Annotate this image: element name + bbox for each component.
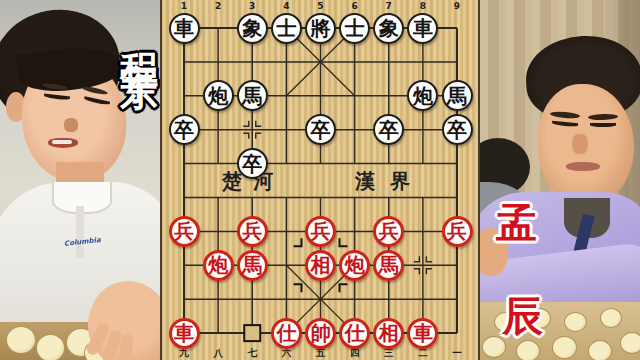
piece-black-advisor: 士 — [339, 13, 370, 44]
piece-red-soldier: 兵 — [169, 216, 200, 247]
piece-red-advisor: 仕 — [271, 318, 302, 349]
piece-red-elephant: 相 — [305, 250, 336, 281]
piece-red-general: 帥 — [305, 318, 336, 349]
piece-red-chariot: 車 — [407, 318, 438, 349]
piece-black-elephant: 象 — [237, 13, 268, 44]
piece-red-horse: 馬 — [373, 250, 404, 281]
piece-red-soldier: 兵 — [237, 216, 268, 247]
left-player-name: 程宇东 — [120, 24, 158, 48]
piece-red-soldier: 兵 — [442, 216, 473, 247]
video-frame: Columbia 程宇东 123456789九八七六五四三二一楚河漢界 車象士將… — [0, 0, 640, 360]
piece-black-cannon: 炮 — [203, 80, 234, 111]
piece-black-general: 將 — [305, 13, 336, 44]
piece-red-chariot: 車 — [169, 318, 200, 349]
piece-black-soldier: 卒 — [305, 114, 336, 145]
piece-black-chariot: 車 — [407, 13, 438, 44]
right-player-photo: 孟 辰 — [480, 0, 640, 360]
piece-red-soldier: 兵 — [373, 216, 404, 247]
piece-black-elephant: 象 — [373, 13, 404, 44]
piece-red-cannon: 炮 — [203, 250, 234, 281]
xiangqi-board: 123456789九八七六五四三二一楚河漢界 車象士將士象車炮馬炮馬卒卒卒卒卒兵… — [160, 0, 480, 360]
piece-black-soldier: 卒 — [373, 114, 404, 145]
piece-black-horse: 馬 — [237, 80, 268, 111]
piece-black-soldier: 卒 — [237, 148, 268, 179]
piece-red-soldier: 兵 — [305, 216, 336, 247]
right-player-name-char1: 孟 — [496, 203, 537, 244]
left-photo-illustration: Columbia — [0, 0, 160, 360]
piece-black-soldier: 卒 — [169, 114, 200, 145]
right-player-name-char2: 辰 — [502, 296, 543, 337]
piece-black-cannon: 炮 — [407, 80, 438, 111]
right-player-eye — [590, 123, 616, 127]
piece-black-chariot: 車 — [169, 13, 200, 44]
piece-red-horse: 馬 — [237, 250, 268, 281]
piece-black-soldier: 卒 — [442, 114, 473, 145]
piece-red-elephant: 相 — [373, 318, 404, 349]
left-player-photo: Columbia 程宇东 — [0, 0, 160, 360]
piece-black-horse: 馬 — [442, 80, 473, 111]
piece-layer: 車象士將士象車炮馬炮馬卒卒卒卒卒兵兵兵兵兵炮馬相炮馬車仕帥仕相車 — [160, 0, 480, 360]
piece-red-advisor: 仕 — [339, 318, 370, 349]
piece-red-cannon: 炮 — [339, 250, 370, 281]
piece-black-advisor: 士 — [271, 13, 302, 44]
